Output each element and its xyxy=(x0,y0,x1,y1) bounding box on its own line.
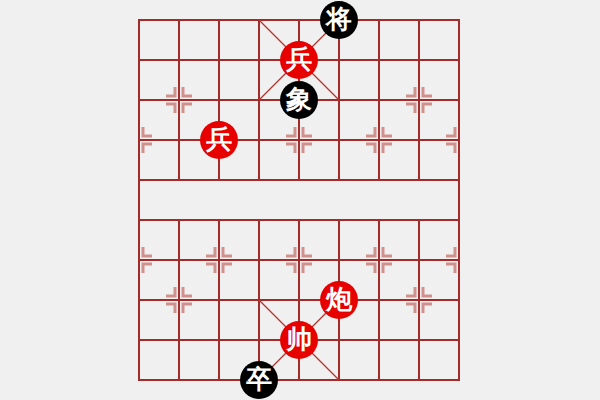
piece-red-cannon[interactable]: 炮 xyxy=(320,281,358,319)
piece-black-elephant[interactable]: 象 xyxy=(280,81,318,119)
xiangqi-board[interactable]: 将兵象兵炮帅卒 xyxy=(119,0,479,400)
xiangqi-app: 将兵象兵炮帅卒 xyxy=(0,0,600,400)
piece-red-soldier-1[interactable]: 兵 xyxy=(280,41,318,79)
piece-red-soldier-2[interactable]: 兵 xyxy=(200,121,238,159)
piece-black-general[interactable]: 将 xyxy=(320,1,358,39)
piece-black-soldier[interactable]: 卒 xyxy=(240,361,278,399)
piece-red-general[interactable]: 帅 xyxy=(280,321,318,359)
